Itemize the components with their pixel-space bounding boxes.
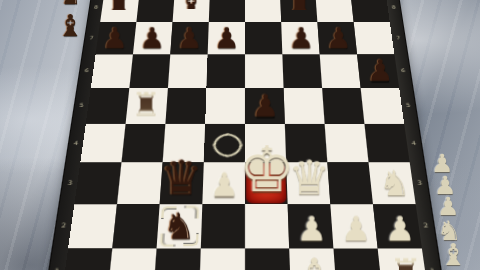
square-h6[interactable]: ♟ (357, 54, 399, 88)
square-f2[interactable]: ♟ (288, 204, 334, 248)
square-g2[interactable]: ♟ (330, 204, 377, 248)
square-d6[interactable] (206, 54, 245, 88)
square-e5[interactable]: ♟ (245, 88, 285, 124)
square-a2[interactable] (68, 204, 117, 248)
square-f5[interactable] (284, 88, 325, 124)
square-e6[interactable] (245, 54, 284, 88)
square-a5[interactable] (86, 88, 130, 124)
square-a8[interactable]: ♜ (100, 0, 139, 22)
black-pawn-a7[interactable]: ♟ (102, 23, 128, 52)
square-b8[interactable] (136, 0, 174, 22)
square-c8[interactable]: ♝ (173, 0, 210, 22)
square-b4[interactable] (121, 124, 165, 163)
black-pawn-f7[interactable]: ♟ (288, 23, 314, 52)
square-b6[interactable] (129, 54, 170, 88)
square-d5[interactable] (205, 88, 245, 124)
board-grid: ♜♝♜♚♟♟♟♟♟♟♟♜♟♛♟♚♛♞♞♟♟♟♝♜ (61, 0, 428, 270)
black-pawn-d7[interactable]: ♟ (213, 23, 239, 52)
square-h3[interactable]: ♞ (369, 162, 416, 203)
square-c3[interactable]: ♛ (160, 162, 204, 203)
square-g6[interactable] (320, 54, 361, 88)
square-h5[interactable] (361, 88, 405, 124)
square-c1[interactable] (153, 248, 201, 270)
white-king-e3[interactable]: ♚ (238, 138, 295, 201)
square-c6[interactable] (168, 54, 208, 88)
square-g4[interactable] (325, 124, 369, 163)
square-b3[interactable] (117, 162, 163, 203)
square-g3[interactable] (327, 162, 373, 203)
white-pawn-f2[interactable]: ♟ (296, 211, 327, 245)
square-f3[interactable]: ♛ (286, 162, 330, 203)
square-c5[interactable] (165, 88, 206, 124)
black-pawn-b7[interactable]: ♟ (139, 23, 165, 52)
square-e3[interactable]: ♚ (245, 162, 288, 203)
square-e7[interactable] (245, 22, 282, 54)
black-pawn-e5[interactable]: ♟ (251, 91, 278, 122)
square-h1[interactable]: ♜ (378, 248, 429, 270)
chess-app-screen: 87654321 87654321 ♜♝♜♚♟♟♟♟♟♟♟♜♟♛♟♚♛♞♞♟♟♟… (0, 0, 480, 270)
white-pawn-g2[interactable]: ♟ (340, 211, 371, 245)
black-rook-f8[interactable]: ♜ (286, 0, 313, 20)
white-knight-h3[interactable]: ♞ (378, 166, 410, 201)
square-d7[interactable]: ♟ (208, 22, 245, 54)
square-e2[interactable] (245, 204, 289, 248)
black-rook-a8[interactable]: ♜ (105, 0, 132, 20)
square-b2[interactable] (112, 204, 159, 248)
white-bishop-f1[interactable]: ♝ (296, 253, 331, 270)
square-a3[interactable] (74, 162, 121, 203)
white-pawn-d3[interactable]: ♟ (209, 168, 238, 201)
black-queen-c3[interactable]: ♛ (160, 153, 203, 200)
square-e1[interactable] (245, 248, 291, 270)
square-a4[interactable] (80, 124, 125, 163)
white-pawn-h2[interactable]: ♟ (384, 211, 415, 245)
white-queen-f3[interactable]: ♛ (288, 153, 331, 200)
square-a6[interactable] (91, 54, 133, 88)
square-b5[interactable]: ♜ (126, 88, 168, 124)
square-g5[interactable] (322, 88, 364, 124)
square-h4[interactable] (364, 124, 409, 163)
square-e8[interactable] (245, 0, 281, 22)
captured-black-knight: ♞ (58, 0, 81, 8)
square-f1[interactable]: ♝ (289, 248, 337, 270)
captured-white-bishop: ♝ (440, 240, 467, 270)
square-d2[interactable] (201, 204, 245, 248)
square-c2[interactable]: ♞ (157, 204, 203, 248)
square-d8[interactable] (209, 0, 245, 22)
white-rook-b5[interactable]: ♜ (131, 88, 161, 121)
square-f6[interactable] (282, 54, 322, 88)
square-d1[interactable] (199, 248, 245, 270)
black-knight-c2[interactable]: ♞ (162, 208, 195, 245)
square-b7[interactable]: ♟ (133, 22, 173, 54)
square-h7[interactable] (354, 22, 395, 54)
black-bishop-c8[interactable]: ♝ (177, 0, 205, 20)
chess-board: 87654321 87654321 ♜♝♜♚♟♟♟♟♟♟♟♜♟♛♟♚♛♞♞♟♟♟… (44, 0, 446, 270)
black-pawn-h6[interactable]: ♟ (366, 56, 393, 86)
black-king-g8[interactable]: ♚ (311, 0, 359, 20)
square-g7[interactable]: ♟ (317, 22, 357, 54)
square-f7[interactable]: ♟ (281, 22, 319, 54)
square-c7[interactable]: ♟ (170, 22, 208, 54)
square-g8[interactable]: ♚ (315, 0, 353, 22)
square-g1[interactable] (333, 248, 382, 270)
square-b1[interactable] (107, 248, 156, 270)
square-a1[interactable] (61, 248, 112, 270)
black-pawn-g7[interactable]: ♟ (325, 23, 351, 52)
square-h2[interactable]: ♟ (373, 204, 422, 248)
captured-black-bishop: ♝ (57, 11, 84, 41)
white-rook-h1[interactable]: ♜ (388, 255, 422, 270)
square-a7[interactable]: ♟ (96, 22, 137, 54)
black-pawn-c7[interactable]: ♟ (176, 23, 202, 52)
